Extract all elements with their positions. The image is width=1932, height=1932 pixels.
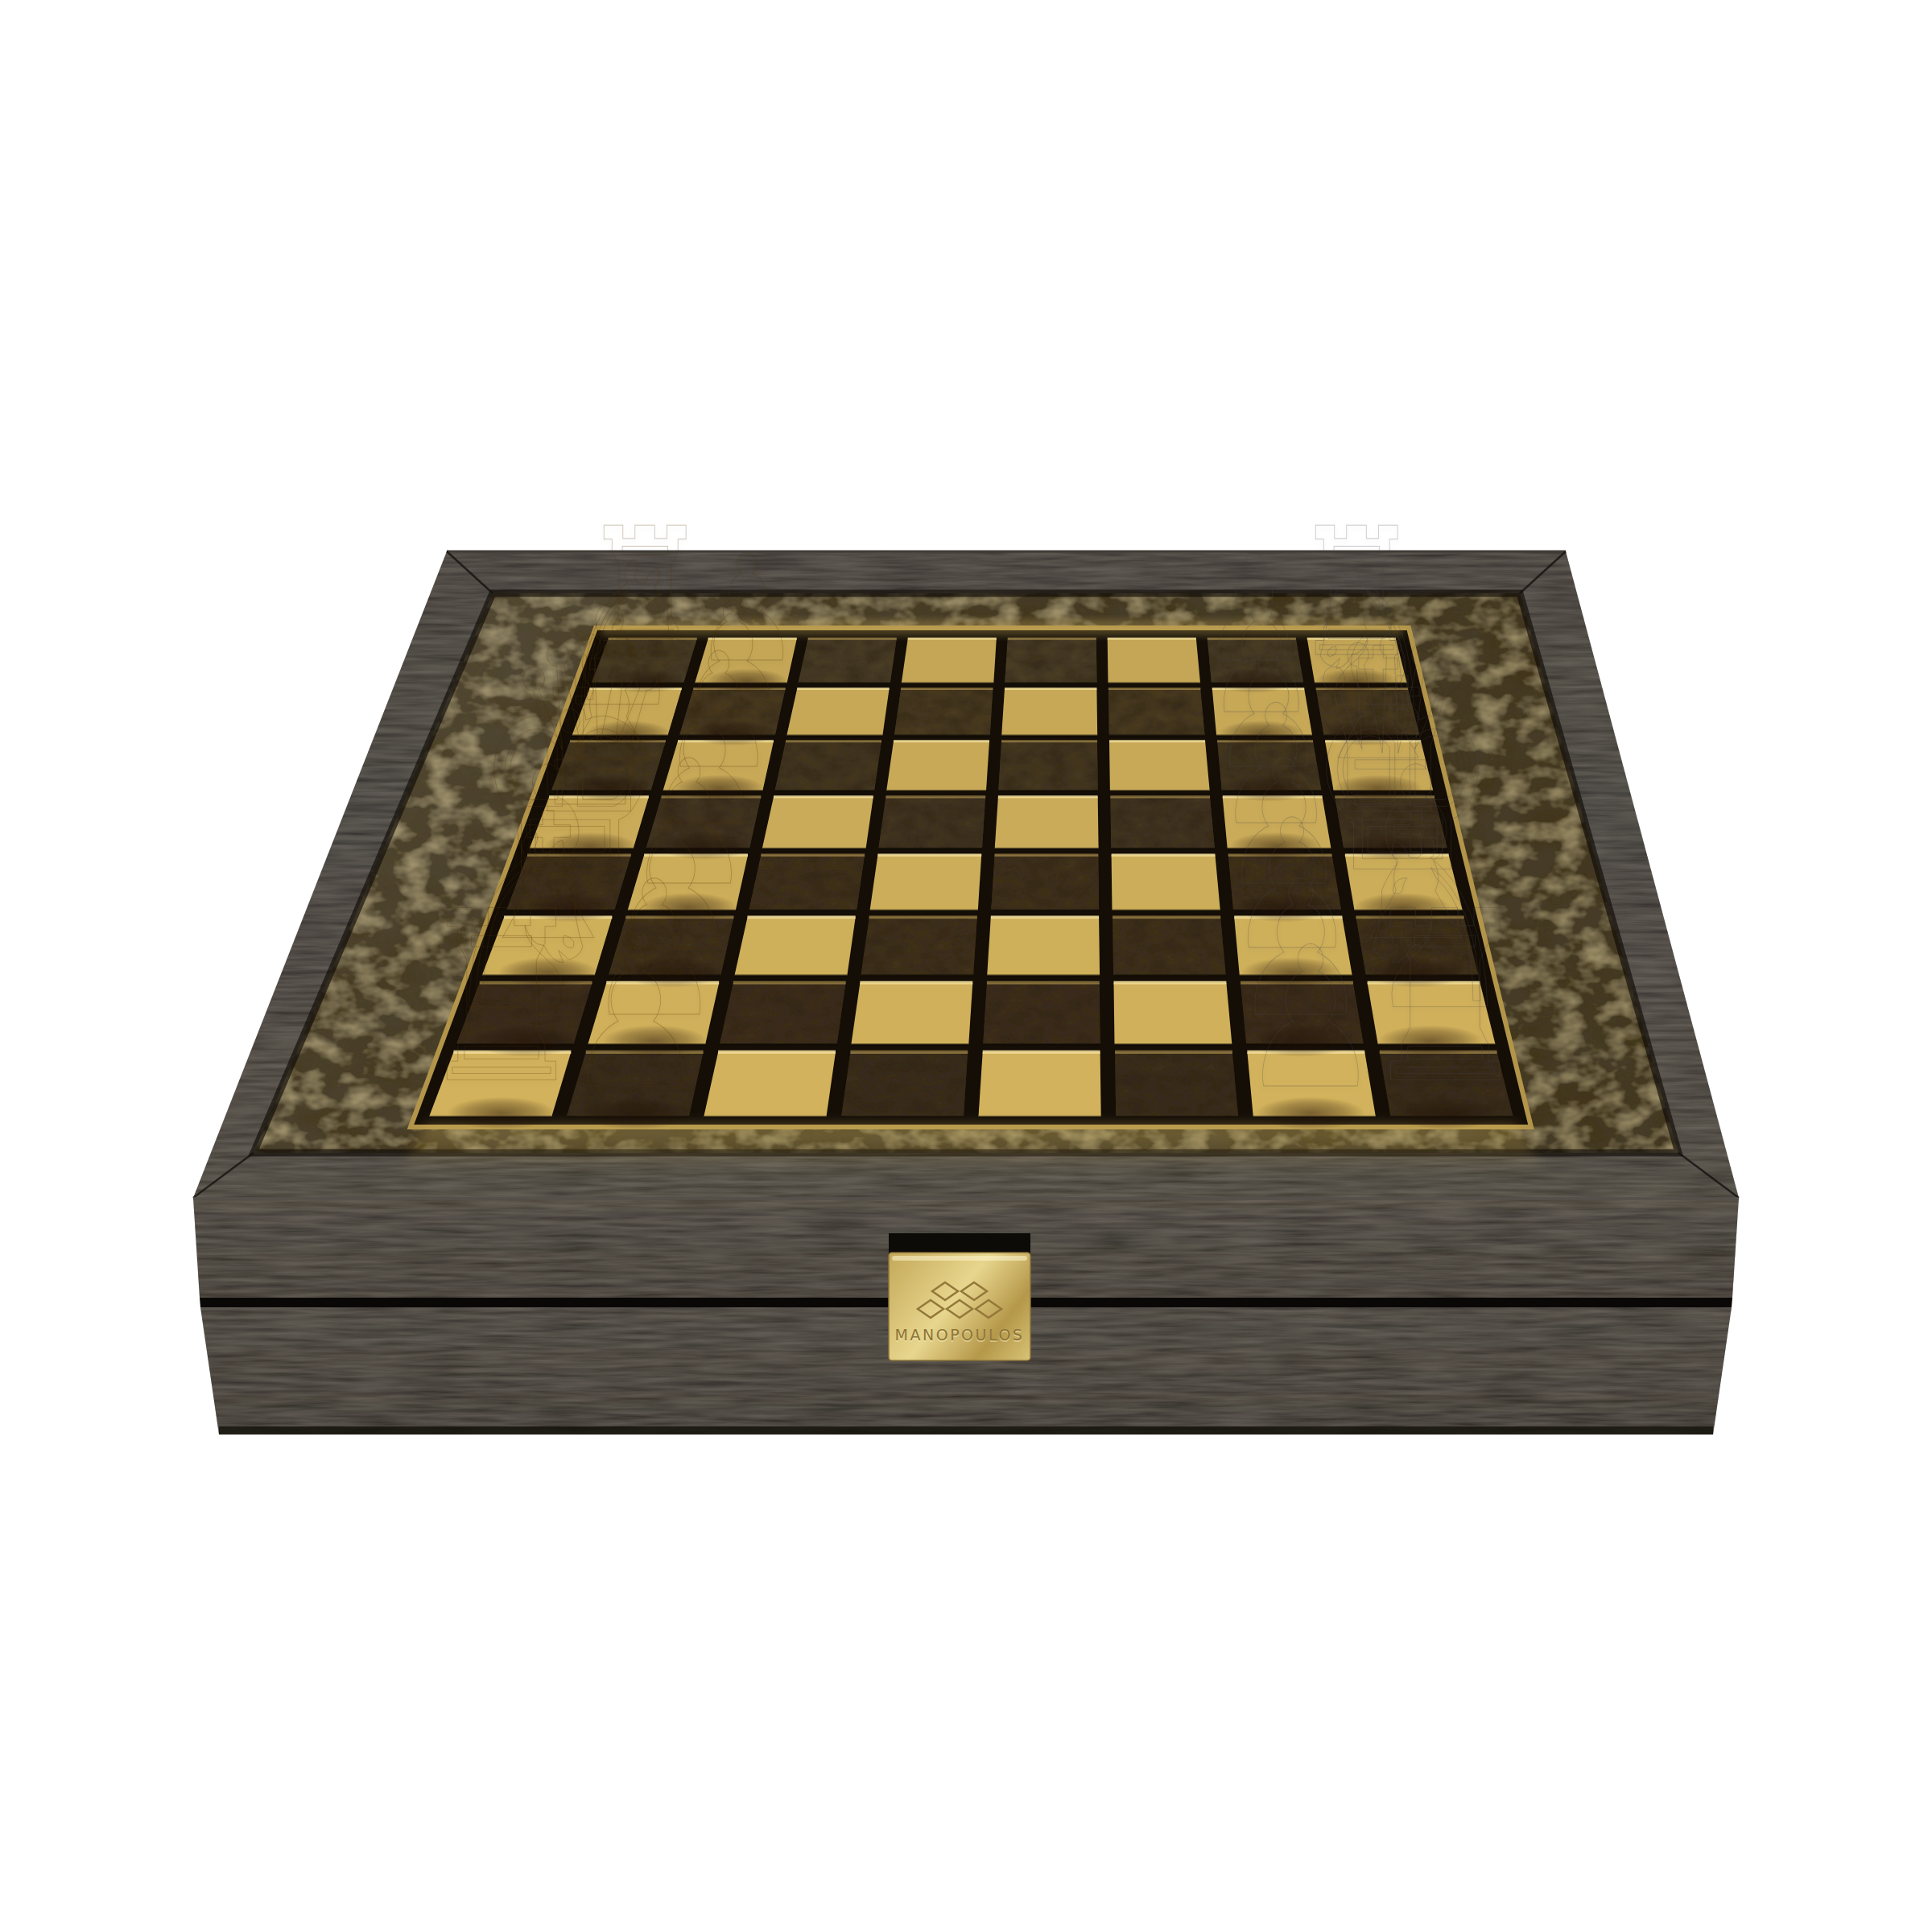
square-f3: [735, 918, 856, 976]
square-f7: [1234, 918, 1352, 976]
square-c4: [886, 741, 989, 791]
square-d1: [530, 797, 649, 848]
square-g5: [983, 983, 1100, 1045]
clasp-recess: [889, 1233, 1030, 1254]
square-g8: [1368, 983, 1496, 1045]
square-a7: [1207, 638, 1304, 683]
square-h6: [1115, 1052, 1238, 1117]
square-c2: [663, 741, 774, 791]
square-e2: [628, 855, 748, 910]
square-a4: [902, 638, 997, 683]
chess-box-scene: MANOPOULOS MANOPOULOS: [0, 0, 1932, 1932]
square-c8: [1325, 741, 1433, 791]
square-d3: [762, 797, 873, 848]
square-d7: [1223, 797, 1331, 848]
square-b5: [1001, 689, 1097, 736]
square-f4: [861, 918, 977, 976]
clasp: MANOPOULOS MANOPOULOS: [889, 1233, 1030, 1360]
square-a1: [592, 638, 697, 683]
square-b3: [786, 689, 889, 736]
chessboard: [401, 620, 1544, 1169]
square-c6: [1109, 741, 1210, 791]
square-f2: [609, 918, 734, 976]
square-e1: [506, 855, 631, 910]
square-b7: [1212, 689, 1312, 736]
square-g4: [851, 983, 972, 1045]
square-c1: [551, 741, 666, 791]
square-c5: [998, 741, 1098, 791]
square-g1: [456, 983, 592, 1045]
square-h7: [1247, 1052, 1376, 1117]
square-f6: [1113, 918, 1226, 976]
square-h1: [429, 1052, 571, 1117]
square-g6: [1114, 983, 1232, 1045]
square-e6: [1112, 855, 1220, 910]
square-d2: [646, 797, 761, 848]
product-photo-canvas: { "game": "chess", "scene": "metal chess…: [0, 0, 1932, 1932]
square-b8: [1316, 689, 1420, 736]
square-d4: [878, 797, 985, 848]
square-b4: [894, 689, 993, 736]
square-e3: [749, 855, 865, 910]
square-e5: [991, 855, 1099, 910]
square-d8: [1335, 797, 1447, 848]
square-b6: [1108, 689, 1205, 736]
square-a5: [1005, 638, 1097, 683]
square-e4: [870, 855, 982, 910]
square-c7: [1217, 741, 1322, 791]
square-g3: [720, 983, 846, 1045]
square-d6: [1110, 797, 1215, 848]
square-f1: [482, 918, 613, 976]
square-a3: [798, 638, 896, 683]
square-g2: [588, 983, 719, 1045]
square-a2: [695, 638, 797, 683]
square-a8: [1307, 638, 1407, 683]
square-h5: [979, 1052, 1101, 1117]
square-h2: [567, 1052, 704, 1117]
square-d5: [995, 797, 1099, 848]
square-h4: [841, 1052, 968, 1117]
square-e7: [1228, 855, 1342, 910]
square-b1: [572, 689, 682, 736]
square-h3: [704, 1052, 836, 1117]
brand-label: MANOPOULOS: [895, 1326, 1025, 1344]
square-c3: [774, 741, 881, 791]
square-f5: [987, 918, 1100, 976]
square-g7: [1241, 983, 1364, 1045]
square-e8: [1345, 855, 1463, 910]
square-b2: [679, 689, 786, 736]
square-a6: [1108, 638, 1200, 683]
square-h8: [1380, 1052, 1513, 1117]
square-f8: [1356, 918, 1478, 976]
